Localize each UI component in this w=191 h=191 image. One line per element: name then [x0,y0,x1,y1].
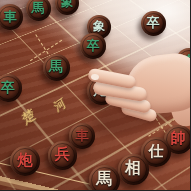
piece-red-horse[interactable]: 馬 [89,165,120,191]
piece-character: 相 [125,160,141,176]
piece-red-soldier[interactable]: 兵 [48,141,77,170]
piece-character: 車 [4,10,17,23]
piece-character: 兵 [55,147,70,162]
piece-black-horse-b[interactable]: 馬 [43,54,70,81]
piece-character: 帥 [171,131,186,146]
piece-character: 馬 [32,1,45,14]
piece-character: 炮 [18,153,33,168]
piece-character: 車 [183,54,191,67]
piece-red-cannon[interactable]: 炮 [10,146,40,176]
piece-character: 炮 [94,82,109,97]
piece-character: 卒 [147,16,160,29]
piece-character: 卒 [1,80,15,94]
pieces-layer: 車馬象象卒馬卒卒車炮炮兵車馬相仕帥 [0,0,190,190]
xiangqi-board-photo: 楚 河 車馬象象卒馬卒卒車炮炮兵車馬相仕帥 [0,0,190,190]
piece-character: 仕 [149,144,164,159]
piece-black-chariot-a[interactable]: 車 [0,4,23,30]
piece-black-cannon-held[interactable]: 炮 [87,76,116,105]
piece-black-soldier-b[interactable]: 卒 [80,33,106,59]
piece-character: 馬 [49,59,63,73]
piece-black-soldier-a[interactable]: 卒 [0,74,22,102]
piece-black-soldier-c[interactable]: 卒 [141,11,166,36]
piece-red-elephant[interactable]: 相 [118,154,149,185]
piece-black-chariot-b[interactable]: 車 [176,48,190,74]
piece-character: 車 [76,129,89,142]
piece-character: 馬 [96,171,112,187]
piece-character: 象 [61,0,73,8]
piece-character: 象 [93,20,105,32]
piece-character: 卒 [87,39,100,52]
piece-black-elephant-a[interactable]: 象 [55,0,79,15]
piece-black-horse-a[interactable]: 馬 [26,0,51,21]
